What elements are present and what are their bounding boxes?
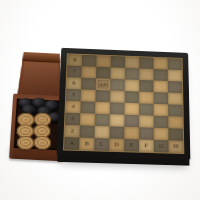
rank-label-5: 5 [66,89,81,101]
square-b3[interactable] [80,113,95,126]
square-h8[interactable] [168,58,182,70]
square-h5[interactable] [168,93,183,105]
square-c7[interactable] [96,67,111,79]
square-b1[interactable]: B [79,138,94,151]
square-c3[interactable] [95,114,110,127]
square-a4[interactable]: 4 [65,101,80,113]
square-c6[interactable]: AD [96,78,111,90]
square-a6[interactable]: 6 [66,77,81,89]
file-label-E: E [124,139,139,152]
file-label-F: F [139,139,154,152]
square-d7[interactable] [110,67,125,79]
square-f1[interactable]: F [139,139,154,152]
rank-label-7: 7 [67,66,82,78]
rank-label-3: 3 [65,113,80,126]
maker-stamp: AD [98,80,109,88]
square-g3[interactable] [154,116,169,128]
square-b4[interactable] [80,101,95,113]
rank-label-4: 4 [65,101,80,113]
square-c1[interactable]: C [94,138,109,151]
square-g8[interactable] [153,58,167,70]
square-f2[interactable] [139,127,154,140]
square-b7[interactable] [81,66,96,78]
square-e5[interactable] [125,91,140,103]
square-g2[interactable] [154,128,169,141]
square-g7[interactable] [154,69,168,81]
file-label-H: H [168,140,183,153]
square-d6[interactable] [110,79,125,91]
square-h3[interactable] [168,116,183,128]
square-e7[interactable] [125,68,139,80]
square-e6[interactable] [125,79,140,91]
square-c4[interactable] [95,102,110,114]
square-b2[interactable] [80,125,95,138]
square-e2[interactable] [124,127,139,140]
board-inner-beading: 876AD5432ABCDEFGH [63,53,184,154]
file-label-D: D [109,138,124,151]
square-g5[interactable] [154,92,168,104]
checkerboard[interactable]: 876AD5432ABCDEFGH [57,48,191,160]
rank-label-6: 6 [66,77,81,89]
natural-wood-checker[interactable] [17,136,35,150]
square-h2[interactable] [168,128,183,141]
square-b8[interactable] [82,55,97,67]
square-b6[interactable] [81,78,96,90]
board-frame: 876AD5432ABCDEFGH [57,48,191,160]
square-a3[interactable]: 3 [65,113,80,126]
square-g4[interactable] [154,104,169,116]
natural-wood-checker[interactable] [34,135,52,149]
file-label-A: A [64,137,79,150]
square-g1[interactable]: G [154,140,169,153]
square-d2[interactable] [109,126,124,139]
square-f6[interactable] [139,80,153,92]
file-label-G: G [154,140,169,153]
square-h1[interactable]: H [168,140,183,153]
square-h7[interactable] [168,70,182,82]
square-a7[interactable]: 7 [67,66,82,78]
square-a1[interactable]: A [64,137,79,150]
square-f7[interactable] [139,68,153,80]
square-h6[interactable] [168,81,182,93]
square-e4[interactable] [124,103,139,115]
square-c5[interactable] [95,90,110,102]
box-lid-panel [21,62,58,99]
square-h4[interactable] [168,104,183,116]
file-label-B: B [79,138,94,151]
rank-label-8: 8 [67,54,82,66]
square-c8[interactable] [96,55,111,67]
square-f3[interactable] [139,115,154,128]
square-g6[interactable] [154,80,168,92]
square-f8[interactable] [139,57,153,69]
file-label-C: C [94,138,109,151]
square-e8[interactable] [125,57,139,69]
square-f4[interactable] [139,103,154,115]
square-a2[interactable]: 2 [65,125,80,138]
square-d5[interactable] [110,90,125,102]
square-d4[interactable] [110,102,125,114]
square-e1[interactable]: E [124,139,139,152]
square-e3[interactable] [124,115,139,128]
square-c2[interactable] [94,126,109,139]
square-d3[interactable] [110,114,125,127]
box-cavity [14,98,62,150]
rank-label-2: 2 [65,125,80,138]
square-f5[interactable] [139,92,153,104]
scene-checkers-set: 876AD5432ABCDEFGH [0,0,200,200]
square-b5[interactable] [81,89,96,101]
square-a8[interactable]: 8 [67,54,82,66]
board-grid: 876AD5432ABCDEFGH [64,54,183,153]
square-d1[interactable]: D [109,138,124,151]
square-d8[interactable] [111,56,125,68]
square-a5[interactable]: 5 [66,89,81,101]
